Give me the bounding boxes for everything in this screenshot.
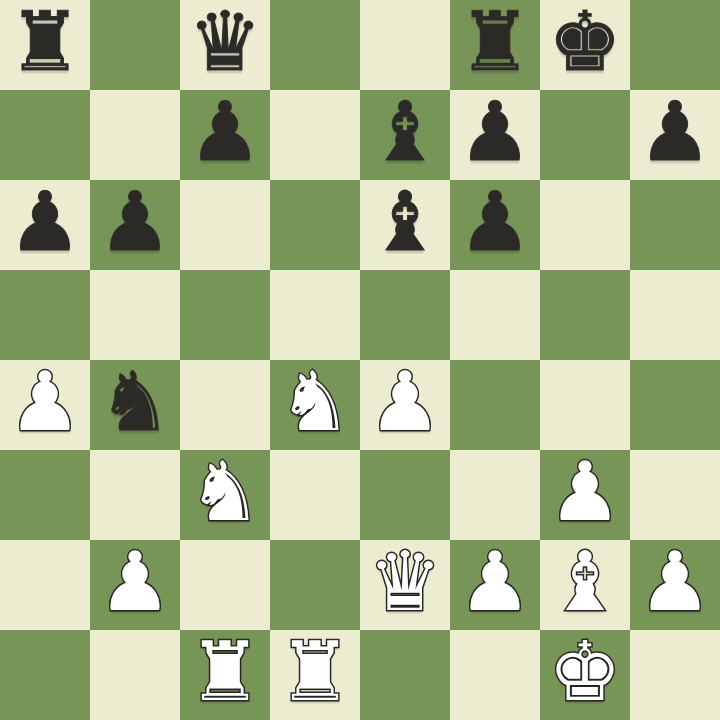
square-h2[interactable]: ♟: [630, 540, 720, 630]
square-d4[interactable]: ♞: [270, 360, 360, 450]
square-b6[interactable]: ♟: [90, 180, 180, 270]
square-h4[interactable]: [630, 360, 720, 450]
square-e3[interactable]: [360, 450, 450, 540]
square-c8[interactable]: ♛: [180, 0, 270, 90]
piece-black-pawn[interactable]: ♟: [638, 91, 712, 173]
square-a5[interactable]: [0, 270, 90, 360]
square-c2[interactable]: [180, 540, 270, 630]
square-f3[interactable]: [450, 450, 540, 540]
piece-white-rook[interactable]: ♜: [188, 631, 262, 713]
piece-white-rook[interactable]: ♜: [278, 631, 352, 713]
square-f8[interactable]: ♜: [450, 0, 540, 90]
piece-white-knight[interactable]: ♞: [188, 451, 262, 533]
piece-white-pawn[interactable]: ♟: [8, 361, 82, 443]
square-d7[interactable]: [270, 90, 360, 180]
square-a8[interactable]: ♜: [0, 0, 90, 90]
piece-black-pawn[interactable]: ♟: [458, 181, 532, 263]
piece-black-pawn[interactable]: ♟: [98, 181, 172, 263]
square-d8[interactable]: [270, 0, 360, 90]
square-e6[interactable]: ♝: [360, 180, 450, 270]
square-e1[interactable]: [360, 630, 450, 720]
square-c3[interactable]: ♞: [180, 450, 270, 540]
square-b4[interactable]: ♞: [90, 360, 180, 450]
piece-white-pawn[interactable]: ♟: [548, 451, 622, 533]
square-b3[interactable]: [90, 450, 180, 540]
piece-white-bishop[interactable]: ♝: [548, 541, 622, 623]
square-b8[interactable]: [90, 0, 180, 90]
square-f5[interactable]: [450, 270, 540, 360]
chess-board: ♜♛♜♚♟♝♟♟♟♟♝♟♟♞♞♟♞♟♟♛♟♝♟♜♜♚: [0, 0, 720, 720]
square-b2[interactable]: ♟: [90, 540, 180, 630]
square-h7[interactable]: ♟: [630, 90, 720, 180]
square-a3[interactable]: [0, 450, 90, 540]
piece-white-pawn[interactable]: ♟: [638, 541, 712, 623]
square-b1[interactable]: [90, 630, 180, 720]
piece-white-knight[interactable]: ♞: [278, 361, 352, 443]
square-h5[interactable]: [630, 270, 720, 360]
square-g8[interactable]: ♚: [540, 0, 630, 90]
piece-black-pawn[interactable]: ♟: [8, 181, 82, 263]
piece-white-king[interactable]: ♚: [548, 631, 622, 713]
square-e5[interactable]: [360, 270, 450, 360]
square-e4[interactable]: ♟: [360, 360, 450, 450]
square-d6[interactable]: [270, 180, 360, 270]
piece-white-pawn[interactable]: ♟: [368, 361, 442, 443]
square-a4[interactable]: ♟: [0, 360, 90, 450]
square-c5[interactable]: [180, 270, 270, 360]
piece-black-pawn[interactable]: ♟: [458, 91, 532, 173]
square-f1[interactable]: [450, 630, 540, 720]
piece-black-bishop[interactable]: ♝: [368, 91, 442, 173]
square-c4[interactable]: [180, 360, 270, 450]
square-e2[interactable]: ♛: [360, 540, 450, 630]
square-e8[interactable]: [360, 0, 450, 90]
square-b5[interactable]: [90, 270, 180, 360]
square-d3[interactable]: [270, 450, 360, 540]
square-f7[interactable]: ♟: [450, 90, 540, 180]
piece-white-queen[interactable]: ♛: [368, 541, 442, 623]
square-b7[interactable]: [90, 90, 180, 180]
square-g6[interactable]: [540, 180, 630, 270]
piece-white-pawn[interactable]: ♟: [98, 541, 172, 623]
square-c1[interactable]: ♜: [180, 630, 270, 720]
piece-black-pawn[interactable]: ♟: [188, 91, 262, 173]
piece-black-bishop[interactable]: ♝: [368, 181, 442, 263]
square-a2[interactable]: [0, 540, 90, 630]
square-e7[interactable]: ♝: [360, 90, 450, 180]
square-d2[interactable]: [270, 540, 360, 630]
square-g3[interactable]: ♟: [540, 450, 630, 540]
square-h1[interactable]: [630, 630, 720, 720]
piece-black-king[interactable]: ♚: [548, 1, 622, 83]
square-a1[interactable]: [0, 630, 90, 720]
square-a7[interactable]: [0, 90, 90, 180]
square-g4[interactable]: [540, 360, 630, 450]
square-a6[interactable]: ♟: [0, 180, 90, 270]
square-c7[interactable]: ♟: [180, 90, 270, 180]
square-g5[interactable]: [540, 270, 630, 360]
piece-black-rook[interactable]: ♜: [8, 1, 82, 83]
square-g2[interactable]: ♝: [540, 540, 630, 630]
square-d5[interactable]: [270, 270, 360, 360]
piece-black-knight[interactable]: ♞: [98, 361, 172, 443]
piece-black-rook[interactable]: ♜: [458, 1, 532, 83]
square-g7[interactable]: [540, 90, 630, 180]
square-f2[interactable]: ♟: [450, 540, 540, 630]
square-g1[interactable]: ♚: [540, 630, 630, 720]
square-h3[interactable]: [630, 450, 720, 540]
piece-white-pawn[interactable]: ♟: [458, 541, 532, 623]
piece-black-queen[interactable]: ♛: [188, 1, 262, 83]
square-d1[interactable]: ♜: [270, 630, 360, 720]
square-h8[interactable]: [630, 0, 720, 90]
square-h6[interactable]: [630, 180, 720, 270]
square-c6[interactable]: [180, 180, 270, 270]
square-f4[interactable]: [450, 360, 540, 450]
square-f6[interactable]: ♟: [450, 180, 540, 270]
